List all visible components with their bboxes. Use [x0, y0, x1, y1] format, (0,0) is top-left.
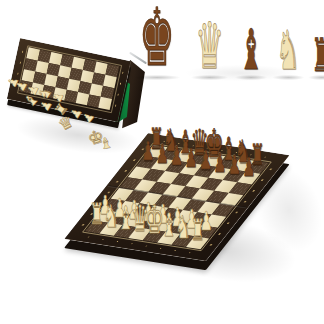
scattered-light-bishop: ♝ — [98, 135, 114, 152]
scattered-light-king: ♚ — [85, 127, 106, 149]
board-square — [98, 97, 112, 110]
main-board: ♜♞♝♛♚♝♞♜♟♟♟♟♟♟♟♟♟♟♟♟♟♟♟♟♜♞♝♛♚♝♞♜ — [64, 133, 290, 261]
lineup-dark-rook: ♜ — [311, 32, 324, 78]
lineup-dark-king: ♚ — [139, 0, 175, 78]
folded-board-front-half: ♟♟♟♞♟♝♟♜♟♟♛♚♝ — [7, 38, 131, 122]
lineup-light-queen: ♛ — [195, 14, 224, 78]
scattered-light-queen: ♛ — [55, 113, 76, 134]
product-photo: ♟♟♟♞♟♝♟♜♟♟♛♚♝ ♚♛♝♞♜♟ ♜♞♝♛♚♝♞♜♟♟♟♟♟♟♟♟♟♟♟… — [0, 0, 324, 324]
lineup-dark-bishop: ♝ — [239, 22, 264, 78]
lineup-light-knight: ♞ — [276, 24, 300, 78]
piece-lineup: ♚♛♝♞♜♟ — [156, 6, 322, 78]
